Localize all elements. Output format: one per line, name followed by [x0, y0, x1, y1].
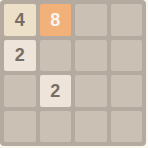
- empty-cell-r1c4: [111, 4, 143, 36]
- empty-cell-r2c3: [75, 40, 107, 72]
- empty-cell-r4c4: [111, 111, 143, 143]
- empty-cell-r2c4: [111, 40, 143, 72]
- tile-4-r1c1: 4: [4, 4, 36, 36]
- empty-cell-r4c3: [75, 111, 107, 143]
- empty-cell-r4c2: [40, 111, 72, 143]
- empty-cell-r4c1: [4, 111, 36, 143]
- tile-2-r3c2: 2: [40, 75, 72, 107]
- empty-cell-r1c3: [75, 4, 107, 36]
- tile-2-r2c1: 2: [4, 40, 36, 72]
- empty-cell-r2c2: [40, 40, 72, 72]
- tile-8-r1c2: 8: [40, 4, 72, 36]
- empty-cell-r3c1: [4, 75, 36, 107]
- empty-cell-r3c3: [75, 75, 107, 107]
- board-2048[interactable]: 4822: [0, 0, 146, 146]
- empty-cell-r3c4: [111, 75, 143, 107]
